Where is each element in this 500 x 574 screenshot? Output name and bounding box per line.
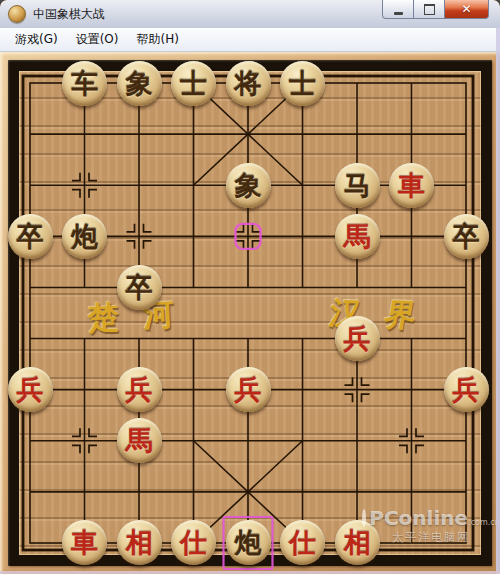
piece-black-elephant-c0[interactable]: 象 <box>117 61 162 106</box>
piece-red-pawn-a6[interactable]: 兵 <box>8 367 53 412</box>
piece-red-advisor-f9[interactable]: 仕 <box>280 520 325 565</box>
piece-label: 兵 <box>17 376 44 403</box>
title-bar[interactable]: 中国象棋大战 ✕ <box>0 0 500 29</box>
pieces-layer: 车象士将士象马車卒炮馬卒卒兵兵兵兵兵馬車相仕炮仕相 <box>0 52 500 574</box>
window-controls: ✕ <box>383 0 489 19</box>
piece-label: 車 <box>71 529 98 556</box>
piece-black-pawn-i3[interactable]: 卒 <box>444 214 489 259</box>
piece-red-advisor-d9[interactable]: 仕 <box>171 520 216 565</box>
close-icon: ✕ <box>461 3 471 15</box>
piece-red-pawn-e6[interactable]: 兵 <box>226 367 271 412</box>
menu-help[interactable]: 帮助(H) <box>127 28 187 51</box>
piece-red-pawn-i6[interactable]: 兵 <box>444 367 489 412</box>
piece-red-chariot-h2[interactable]: 車 <box>389 163 434 208</box>
maximize-button[interactable] <box>413 0 445 19</box>
piece-label: 车 <box>71 70 98 97</box>
piece-label: 車 <box>398 172 425 199</box>
piece-red-pawn-c6[interactable]: 兵 <box>117 367 162 412</box>
app-window: 中国象棋大战 ✕ 游戏(G) 设置(O) 帮助(H) 楚河 汉界 车象士将士象马… <box>0 0 500 574</box>
app-icon <box>8 5 26 23</box>
piece-black-elephant-e2[interactable]: 象 <box>226 163 271 208</box>
piece-label: 兵 <box>126 376 153 403</box>
piece-label: 仕 <box>180 529 207 556</box>
piece-black-cannon-e9[interactable]: 炮 <box>226 520 271 565</box>
piece-black-advisor-f0[interactable]: 士 <box>280 61 325 106</box>
piece-red-elephant-c9[interactable]: 相 <box>117 520 162 565</box>
piece-label: 相 <box>344 529 371 556</box>
minimize-icon <box>394 12 403 15</box>
piece-label: 卒 <box>126 274 153 301</box>
piece-black-chariot-b0[interactable]: 车 <box>62 61 107 106</box>
piece-red-pawn-g5[interactable]: 兵 <box>335 316 380 361</box>
piece-red-elephant-g9[interactable]: 相 <box>335 520 380 565</box>
piece-label: 炮 <box>71 223 98 250</box>
minimize-button[interactable] <box>382 0 414 19</box>
piece-label: 士 <box>289 70 316 97</box>
piece-black-king-e0[interactable]: 将 <box>226 61 271 106</box>
piece-label: 卒 <box>17 223 44 250</box>
piece-label: 仕 <box>289 529 316 556</box>
piece-label: 将 <box>235 70 262 97</box>
piece-label: 馬 <box>344 223 371 250</box>
close-button[interactable]: ✕ <box>444 0 489 19</box>
piece-label: 兵 <box>453 376 480 403</box>
piece-label: 兵 <box>235 376 262 403</box>
piece-label: 相 <box>126 529 153 556</box>
piece-label: 卒 <box>453 223 480 250</box>
piece-label: 象 <box>126 70 153 97</box>
menu-settings[interactable]: 设置(O) <box>67 28 128 51</box>
piece-black-cannon-b3[interactable]: 炮 <box>62 214 107 259</box>
piece-black-advisor-d0[interactable]: 士 <box>171 61 216 106</box>
xiangqi-board[interactable]: 楚河 汉界 车象士将士象马車卒炮馬卒卒兵兵兵兵兵馬車相仕炮仕相 PConline… <box>0 52 500 574</box>
window-border-right <box>496 28 500 574</box>
piece-black-horse-g2[interactable]: 马 <box>335 163 380 208</box>
piece-red-horse-c7[interactable]: 馬 <box>117 418 162 463</box>
piece-red-chariot-b9[interactable]: 車 <box>62 520 107 565</box>
menu-game[interactable]: 游戏(G) <box>6 28 67 51</box>
piece-label: 象 <box>235 172 262 199</box>
window-title: 中国象棋大战 <box>33 6 105 23</box>
piece-label: 炮 <box>235 529 262 556</box>
piece-black-pawn-a3[interactable]: 卒 <box>8 214 53 259</box>
piece-label: 馬 <box>126 427 153 454</box>
menu-bar: 游戏(G) 设置(O) 帮助(H) <box>0 28 500 52</box>
piece-red-horse-g3[interactable]: 馬 <box>335 214 380 259</box>
piece-label: 兵 <box>344 325 371 352</box>
piece-label: 马 <box>344 172 371 199</box>
piece-label: 士 <box>180 70 207 97</box>
piece-black-pawn-c4[interactable]: 卒 <box>117 265 162 310</box>
maximize-icon <box>424 4 435 15</box>
